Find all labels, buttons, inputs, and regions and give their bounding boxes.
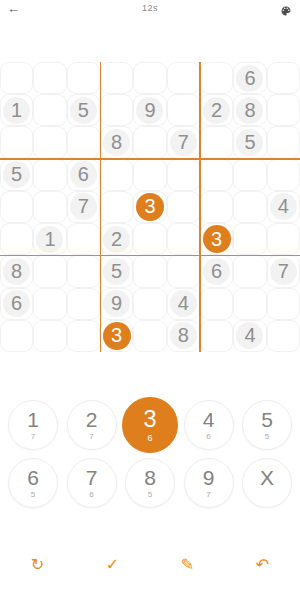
cell-r9c6[interactable]: 8	[167, 320, 200, 352]
cell-r5c4[interactable]	[100, 191, 133, 223]
cell-value: 4	[236, 322, 263, 349]
key-erase[interactable]: X	[242, 458, 292, 508]
cell-r2c3[interactable]: 5	[67, 94, 100, 126]
key-remaining-count: 6	[206, 433, 210, 441]
cell-value: 6	[203, 258, 230, 285]
cell-r4c3[interactable]: 6	[67, 159, 100, 191]
cell-r2c5[interactable]: 9	[133, 94, 166, 126]
key-remaining-count: 6	[89, 491, 93, 499]
cell-r7c1[interactable]: 8	[0, 255, 33, 287]
cell-r1c4[interactable]	[100, 62, 133, 94]
key-digit: 3	[143, 407, 156, 431]
key-remaining-count: 7	[206, 491, 210, 499]
cell-value: 6	[3, 290, 30, 317]
cell-r4c6[interactable]	[167, 159, 200, 191]
cell-value-highlighted: 3	[203, 225, 231, 253]
cell-value: 7	[70, 193, 97, 220]
box-divider-horizontal-2	[0, 255, 300, 257]
cell-value: 6	[236, 65, 263, 92]
cell-r2c8[interactable]: 8	[233, 94, 266, 126]
cell-r5c5[interactable]: 3	[133, 191, 166, 223]
palette-icon-svg	[280, 5, 292, 17]
cell-r5c9[interactable]: 4	[267, 191, 300, 223]
cell-r7c8[interactable]	[233, 255, 266, 287]
cell-r6c1[interactable]	[0, 223, 33, 255]
cell-r6c6[interactable]	[167, 223, 200, 255]
cell-r6c3[interactable]	[67, 223, 100, 255]
cell-r6c8[interactable]	[233, 223, 266, 255]
cell-r5c6[interactable]	[167, 191, 200, 223]
cell-r9c4[interactable]: 3	[100, 320, 133, 352]
key-digit: 8	[144, 467, 156, 488]
cell-value: 9	[136, 97, 163, 124]
cell-value: 8	[103, 129, 130, 156]
cell-value: 4	[270, 193, 297, 220]
key-remaining-count: 7	[31, 433, 35, 441]
cell-value: 5	[70, 97, 97, 124]
cell-r6c7[interactable]: 3	[200, 223, 233, 255]
cell-r7c9[interactable]: 7	[267, 255, 300, 287]
cell-r7c4[interactable]: 5	[100, 255, 133, 287]
box-divider-vertical-1	[100, 62, 102, 352]
cell-r2c7[interactable]: 2	[200, 94, 233, 126]
cell-r3c4[interactable]: 8	[100, 126, 133, 158]
key-4[interactable]: 46	[184, 400, 234, 450]
cell-r6c4[interactable]: 2	[100, 223, 133, 255]
cell-value: 5	[103, 258, 130, 285]
cell-r7c2[interactable]	[33, 255, 66, 287]
palette-icon[interactable]	[280, 3, 292, 15]
cell-r5c8[interactable]	[233, 191, 266, 223]
key-digit: X	[260, 467, 274, 488]
cell-r6c9[interactable]	[267, 223, 300, 255]
cell-r9c7[interactable]	[200, 320, 233, 352]
box-divider-vertical-2	[199, 62, 201, 352]
key-7[interactable]: 76	[67, 458, 117, 508]
cell-r4c7[interactable]	[200, 159, 233, 191]
cell-r8c5[interactable]	[133, 288, 166, 320]
keypad-row-2: 65768597X	[0, 458, 300, 508]
cell-r9c1[interactable]	[0, 320, 33, 352]
key-digit: 2	[86, 409, 98, 430]
key-digit: 9	[203, 467, 215, 488]
cell-r5c7[interactable]	[200, 191, 233, 223]
cell-r4c2[interactable]	[33, 159, 66, 191]
cell-value: 7	[270, 258, 297, 285]
cell-r1c2[interactable]	[33, 62, 66, 94]
restart-button[interactable]: ↻	[0, 550, 75, 580]
cell-value: 1	[36, 226, 63, 253]
key-remaining-count: 5	[148, 491, 152, 499]
cell-r5c1[interactable]	[0, 191, 33, 223]
key-digit: 7	[86, 467, 98, 488]
cell-value-highlighted: 3	[136, 193, 164, 221]
cell-r4c1[interactable]: 5	[0, 159, 33, 191]
cell-value: 5	[236, 129, 263, 156]
cell-r3c1[interactable]	[0, 126, 33, 158]
cell-r3c8[interactable]: 5	[233, 126, 266, 158]
key-digit: 5	[261, 409, 273, 430]
cell-r9c3[interactable]	[67, 320, 100, 352]
key-remaining-count: 7	[89, 433, 93, 441]
cell-r4c5[interactable]	[133, 159, 166, 191]
cell-r8c6[interactable]: 4	[167, 288, 200, 320]
app-bar: ← 12s	[0, 0, 300, 18]
cell-r5c3[interactable]: 7	[67, 191, 100, 223]
cell-r1c9[interactable]	[267, 62, 300, 94]
cell-value: 2	[203, 97, 230, 124]
key-6[interactable]: 65	[8, 458, 58, 508]
cell-r7c7[interactable]: 6	[200, 255, 233, 287]
notes-icon: ✎	[181, 550, 194, 580]
cell-r3c9[interactable]	[267, 126, 300, 158]
keypad-row-1: 1727364655	[0, 400, 300, 450]
key-digit: 1	[27, 409, 39, 430]
key-1[interactable]: 17	[8, 400, 58, 450]
cell-r5c2[interactable]	[33, 191, 66, 223]
key-digit: 6	[27, 467, 39, 488]
key-remaining-count: 5	[265, 433, 269, 441]
cell-r4c8[interactable]	[233, 159, 266, 191]
cell-value: 8	[3, 258, 30, 285]
undo-icon: ↶	[256, 550, 269, 580]
cell-r2c4[interactable]	[100, 94, 133, 126]
cell-r8c1[interactable]: 6	[0, 288, 33, 320]
cell-r3c2[interactable]	[33, 126, 66, 158]
sudoku-grid: 615928875567341238567694384	[0, 62, 300, 352]
cell-r6c2[interactable]: 1	[33, 223, 66, 255]
cell-value: 8	[170, 322, 197, 349]
cell-r3c6[interactable]: 7	[167, 126, 200, 158]
check-button[interactable]: ✓	[75, 550, 150, 580]
cell-value: 5	[3, 161, 30, 188]
check-icon: ✓	[106, 550, 119, 580]
toolbar: ↻✓✎↶	[0, 550, 300, 580]
cell-r4c9[interactable]	[267, 159, 300, 191]
cell-value: 6	[70, 161, 97, 188]
cell-value: 2	[103, 226, 130, 253]
key-8[interactable]: 85	[125, 458, 175, 508]
cell-r9c9[interactable]	[267, 320, 300, 352]
cell-r3c7[interactable]	[200, 126, 233, 158]
timer-label: 12s	[0, 3, 300, 13]
cell-r7c5[interactable]	[133, 255, 166, 287]
undo-button[interactable]: ↶	[225, 550, 300, 580]
cell-value: 7	[170, 129, 197, 156]
cell-r2c1[interactable]: 1	[0, 94, 33, 126]
cell-value: 1	[3, 97, 30, 124]
key-remaining-count: 5	[31, 491, 35, 499]
cell-r7c6[interactable]	[167, 255, 200, 287]
cell-value-highlighted: 3	[103, 322, 131, 350]
cell-r2c9[interactable]	[267, 94, 300, 126]
cell-r7c3[interactable]	[67, 255, 100, 287]
notes-button[interactable]: ✎	[150, 550, 225, 580]
cell-r3c5[interactable]	[133, 126, 166, 158]
cell-value: 8	[236, 97, 263, 124]
cell-r9c5[interactable]	[133, 320, 166, 352]
cell-r8c2[interactable]	[33, 288, 66, 320]
key-2[interactable]: 27	[67, 400, 117, 450]
cell-r8c9[interactable]	[267, 288, 300, 320]
box-divider-horizontal-1	[0, 158, 300, 160]
cell-r1c6[interactable]	[167, 62, 200, 94]
key-3[interactable]: 36	[122, 397, 178, 453]
cell-value: 9	[103, 290, 130, 317]
cell-r9c8[interactable]: 4	[233, 320, 266, 352]
cell-r2c2[interactable]	[33, 94, 66, 126]
restart-icon: ↻	[31, 550, 44, 580]
cell-r3c3[interactable]	[67, 126, 100, 158]
cell-r8c3[interactable]	[67, 288, 100, 320]
cell-r6c5[interactable]	[133, 223, 166, 255]
cell-r8c8[interactable]	[233, 288, 266, 320]
key-remaining-count: 6	[147, 434, 152, 443]
cell-r1c1[interactable]	[0, 62, 33, 94]
cell-r2c6[interactable]	[167, 94, 200, 126]
cell-r8c7[interactable]	[200, 288, 233, 320]
cell-r1c7[interactable]	[200, 62, 233, 94]
key-5[interactable]: 55	[242, 400, 292, 450]
cell-r1c8[interactable]: 6	[233, 62, 266, 94]
cell-r9c2[interactable]	[33, 320, 66, 352]
cell-r8c4[interactable]: 9	[100, 288, 133, 320]
key-digit: 4	[203, 409, 215, 430]
key-9[interactable]: 97	[184, 458, 234, 508]
cell-r1c5[interactable]	[133, 62, 166, 94]
cell-r1c3[interactable]	[67, 62, 100, 94]
cell-r4c4[interactable]	[100, 159, 133, 191]
cell-value: 4	[170, 290, 197, 317]
